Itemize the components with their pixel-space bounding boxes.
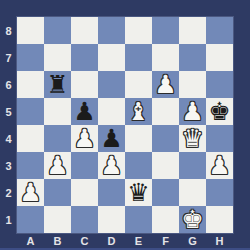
square-d2 bbox=[98, 179, 125, 206]
chess-board: ♜♟♟♝♟♚♟♟♛♟♟♟♟♛♚ bbox=[17, 17, 233, 233]
square-h2 bbox=[206, 179, 233, 206]
square-d3: ♟ bbox=[98, 152, 125, 179]
piece-white-queen-g4: ♛ bbox=[179, 125, 206, 152]
file-label-G: G bbox=[179, 233, 206, 248]
square-a5 bbox=[17, 98, 44, 125]
square-b3: ♟ bbox=[44, 152, 71, 179]
file-labels: ABCDEFGH bbox=[17, 233, 233, 248]
square-g6 bbox=[179, 71, 206, 98]
square-b6: ♜ bbox=[44, 71, 71, 98]
piece-white-pawn-f6: ♟ bbox=[152, 71, 179, 98]
rank-label-5: 5 bbox=[0, 98, 17, 125]
square-f6: ♟ bbox=[152, 71, 179, 98]
square-f1 bbox=[152, 206, 179, 233]
square-c2 bbox=[71, 179, 98, 206]
square-g4: ♛ bbox=[179, 125, 206, 152]
square-f5 bbox=[152, 98, 179, 125]
square-e2: ♛ bbox=[125, 179, 152, 206]
square-e4 bbox=[125, 125, 152, 152]
square-h8 bbox=[206, 17, 233, 44]
piece-white-pawn-b3: ♟ bbox=[44, 152, 71, 179]
square-d8 bbox=[98, 17, 125, 44]
rank-label-2: 2 bbox=[0, 179, 17, 206]
file-label-F: F bbox=[152, 233, 179, 248]
square-b1 bbox=[44, 206, 71, 233]
square-h4 bbox=[206, 125, 233, 152]
piece-black-pawn-c5: ♟ bbox=[71, 98, 98, 125]
square-f4 bbox=[152, 125, 179, 152]
square-c4: ♟ bbox=[71, 125, 98, 152]
square-b7 bbox=[44, 44, 71, 71]
square-d5 bbox=[98, 98, 125, 125]
piece-white-pawn-a2: ♟ bbox=[17, 179, 44, 206]
square-d7 bbox=[98, 44, 125, 71]
square-c6 bbox=[71, 71, 98, 98]
square-c3 bbox=[71, 152, 98, 179]
file-label-D: D bbox=[98, 233, 125, 248]
rank-label-7: 7 bbox=[0, 44, 17, 71]
square-d1 bbox=[98, 206, 125, 233]
square-g7 bbox=[179, 44, 206, 71]
square-a2: ♟ bbox=[17, 179, 44, 206]
square-e3 bbox=[125, 152, 152, 179]
square-b8 bbox=[44, 17, 71, 44]
file-label-A: A bbox=[17, 233, 44, 248]
square-a4 bbox=[17, 125, 44, 152]
square-e6 bbox=[125, 71, 152, 98]
square-a7 bbox=[17, 44, 44, 71]
square-h3: ♟ bbox=[206, 152, 233, 179]
square-e7 bbox=[125, 44, 152, 71]
square-a1 bbox=[17, 206, 44, 233]
piece-white-pawn-c4: ♟ bbox=[71, 125, 98, 152]
square-d4: ♟ bbox=[98, 125, 125, 152]
square-d6 bbox=[98, 71, 125, 98]
rank-label-4: 4 bbox=[0, 125, 17, 152]
rank-labels: 87654321 bbox=[0, 17, 17, 233]
square-e8 bbox=[125, 17, 152, 44]
square-c8 bbox=[71, 17, 98, 44]
square-e5: ♝ bbox=[125, 98, 152, 125]
square-h7 bbox=[206, 44, 233, 71]
piece-white-king-g1: ♚ bbox=[179, 206, 206, 233]
piece-white-pawn-d3: ♟ bbox=[98, 152, 125, 179]
rank-label-1: 1 bbox=[0, 206, 17, 233]
square-c5: ♟ bbox=[71, 98, 98, 125]
file-label-B: B bbox=[44, 233, 71, 248]
square-g5: ♟ bbox=[179, 98, 206, 125]
square-h1 bbox=[206, 206, 233, 233]
piece-white-bishop-e5: ♝ bbox=[125, 98, 152, 125]
square-g2 bbox=[179, 179, 206, 206]
square-f7 bbox=[152, 44, 179, 71]
square-c7 bbox=[71, 44, 98, 71]
square-b2 bbox=[44, 179, 71, 206]
file-label-C: C bbox=[71, 233, 98, 248]
rank-label-6: 6 bbox=[0, 71, 17, 98]
square-f8 bbox=[152, 17, 179, 44]
chess-diagram: 87654321 ♜♟♟♝♟♚♟♟♛♟♟♟♟♛♚ ABCDEFGH bbox=[0, 0, 250, 250]
square-h6 bbox=[206, 71, 233, 98]
piece-black-queen-e2: ♛ bbox=[125, 179, 152, 206]
square-e1 bbox=[125, 206, 152, 233]
square-f2 bbox=[152, 179, 179, 206]
square-a8 bbox=[17, 17, 44, 44]
square-c1 bbox=[71, 206, 98, 233]
piece-white-pawn-h3: ♟ bbox=[206, 152, 233, 179]
rank-label-8: 8 bbox=[0, 17, 17, 44]
file-label-E: E bbox=[125, 233, 152, 248]
square-h5: ♚ bbox=[206, 98, 233, 125]
piece-black-king-h5: ♚ bbox=[206, 98, 233, 125]
rank-label-3: 3 bbox=[0, 152, 17, 179]
piece-black-rook-b6: ♜ bbox=[44, 71, 71, 98]
file-label-H: H bbox=[206, 233, 233, 248]
square-g1: ♚ bbox=[179, 206, 206, 233]
square-a3 bbox=[17, 152, 44, 179]
square-b4 bbox=[44, 125, 71, 152]
piece-black-pawn-d4: ♟ bbox=[98, 125, 125, 152]
square-g8 bbox=[179, 17, 206, 44]
square-b5 bbox=[44, 98, 71, 125]
square-a6 bbox=[17, 71, 44, 98]
square-g3 bbox=[179, 152, 206, 179]
piece-white-pawn-g5: ♟ bbox=[179, 98, 206, 125]
square-f3 bbox=[152, 152, 179, 179]
